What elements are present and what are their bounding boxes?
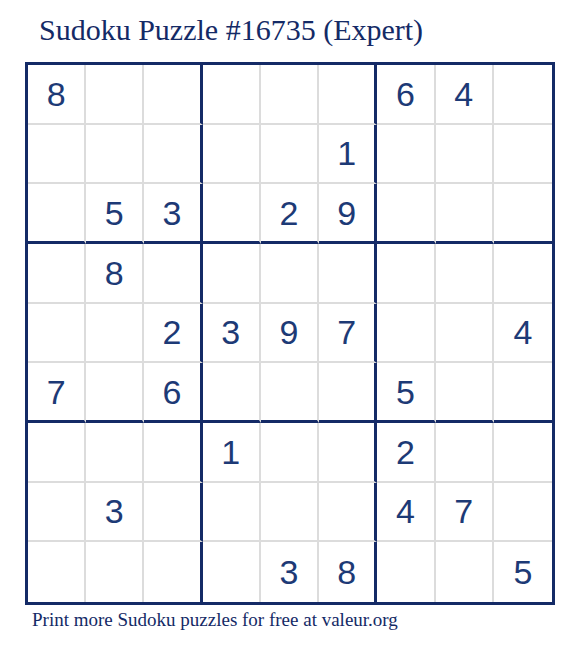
sudoku-cell-r7c3[interactable] [144, 423, 202, 483]
sudoku-cell-r8c7[interactable]: 4 [377, 483, 435, 543]
sudoku-cell-r6c2[interactable] [86, 363, 144, 423]
sudoku-cell-r6c4[interactable] [203, 363, 261, 423]
sudoku-cell-r8c6[interactable] [319, 483, 377, 543]
sudoku-cell-r4c5[interactable] [261, 244, 319, 304]
sudoku-cell-r4c6[interactable] [319, 244, 377, 304]
sudoku-cell-r2c9[interactable] [494, 125, 552, 185]
page-title: Sudoku Puzzle #16735 (Expert) [39, 12, 423, 48]
sudoku-cell-r7c7[interactable]: 2 [377, 423, 435, 483]
sudoku-cell-r2c3[interactable] [144, 125, 202, 185]
sudoku-cell-r9c4[interactable] [203, 542, 261, 602]
sudoku-cell-r2c7[interactable] [377, 125, 435, 185]
sudoku-cell-r7c4[interactable]: 1 [203, 423, 261, 483]
sudoku-cell-r8c4[interactable] [203, 483, 261, 543]
sudoku-cell-r4c8[interactable] [436, 244, 494, 304]
sudoku-cell-r5c5[interactable]: 9 [261, 304, 319, 364]
sudoku-cell-r8c5[interactable] [261, 483, 319, 543]
sudoku-cell-r3c7[interactable] [377, 184, 435, 244]
sudoku-cell-r8c8[interactable]: 7 [436, 483, 494, 543]
sudoku-cell-r1c5[interactable] [261, 65, 319, 125]
sudoku-cell-r1c2[interactable] [86, 65, 144, 125]
sudoku-cell-r8c9[interactable] [494, 483, 552, 543]
sudoku-cell-r5c6[interactable]: 7 [319, 304, 377, 364]
sudoku-cell-r1c4[interactable] [203, 65, 261, 125]
sudoku-cell-r1c3[interactable] [144, 65, 202, 125]
sudoku-cell-r1c8[interactable]: 4 [436, 65, 494, 125]
sudoku-cell-r9c6[interactable]: 8 [319, 542, 377, 602]
sudoku-cell-r5c7[interactable] [377, 304, 435, 364]
sudoku-cell-r8c2[interactable]: 3 [86, 483, 144, 543]
sudoku-cell-r5c3[interactable]: 2 [144, 304, 202, 364]
sudoku-cell-r1c9[interactable] [494, 65, 552, 125]
sudoku-cell-r9c5[interactable]: 3 [261, 542, 319, 602]
sudoku-cell-r7c8[interactable] [436, 423, 494, 483]
sudoku-cell-r7c6[interactable] [319, 423, 377, 483]
sudoku-cell-r3c4[interactable] [203, 184, 261, 244]
footer-text: Print more Sudoku puzzles for free at va… [32, 609, 398, 631]
sudoku-cell-r1c1[interactable]: 8 [28, 65, 86, 125]
sudoku-cell-r9c1[interactable] [28, 542, 86, 602]
sudoku-cell-r4c1[interactable] [28, 244, 86, 304]
sudoku-cell-r2c8[interactable] [436, 125, 494, 185]
sudoku-cell-r5c9[interactable]: 4 [494, 304, 552, 364]
sudoku-cell-r7c5[interactable] [261, 423, 319, 483]
sudoku-cell-r7c1[interactable] [28, 423, 86, 483]
sudoku-cell-r3c5[interactable]: 2 [261, 184, 319, 244]
sudoku-cell-r1c6[interactable] [319, 65, 377, 125]
sudoku-cell-r4c3[interactable] [144, 244, 202, 304]
sudoku-cell-r5c4[interactable]: 3 [203, 304, 261, 364]
sudoku-cell-r2c5[interactable] [261, 125, 319, 185]
sudoku-cell-r6c8[interactable] [436, 363, 494, 423]
sudoku-cell-r9c2[interactable] [86, 542, 144, 602]
sudoku-cell-r3c6[interactable]: 9 [319, 184, 377, 244]
sudoku-cell-r9c7[interactable] [377, 542, 435, 602]
sudoku-board: 8641532982397476512347385 [25, 62, 555, 605]
sudoku-cell-r8c1[interactable] [28, 483, 86, 543]
sudoku-cell-r6c3[interactable]: 6 [144, 363, 202, 423]
sudoku-cell-r9c3[interactable] [144, 542, 202, 602]
sudoku-cell-r3c2[interactable]: 5 [86, 184, 144, 244]
sudoku-cell-r7c2[interactable] [86, 423, 144, 483]
sudoku-cell-r9c9[interactable]: 5 [494, 542, 552, 602]
sudoku-cell-r5c1[interactable] [28, 304, 86, 364]
sudoku-cell-r2c6[interactable]: 1 [319, 125, 377, 185]
sudoku-cell-r3c1[interactable] [28, 184, 86, 244]
sudoku-cell-r4c4[interactable] [203, 244, 261, 304]
sudoku-cell-r5c8[interactable] [436, 304, 494, 364]
sudoku-cell-r9c8[interactable] [436, 542, 494, 602]
sudoku-cell-r3c3[interactable]: 3 [144, 184, 202, 244]
sudoku-cell-r4c7[interactable] [377, 244, 435, 304]
sudoku-cell-r2c4[interactable] [203, 125, 261, 185]
sudoku-cell-r8c3[interactable] [144, 483, 202, 543]
sudoku-cell-r6c9[interactable] [494, 363, 552, 423]
sudoku-cell-r1c7[interactable]: 6 [377, 65, 435, 125]
sudoku-cell-r4c2[interactable]: 8 [86, 244, 144, 304]
sudoku-cell-r3c9[interactable] [494, 184, 552, 244]
sudoku-cell-r7c9[interactable] [494, 423, 552, 483]
sudoku-cell-r3c8[interactable] [436, 184, 494, 244]
sudoku-cell-r6c7[interactable]: 5 [377, 363, 435, 423]
sudoku-cell-r2c2[interactable] [86, 125, 144, 185]
sudoku-cell-r6c5[interactable] [261, 363, 319, 423]
sudoku-cell-r2c1[interactable] [28, 125, 86, 185]
sudoku-cell-r4c9[interactable] [494, 244, 552, 304]
sudoku-cell-r5c2[interactable] [86, 304, 144, 364]
sudoku-cell-r6c1[interactable]: 7 [28, 363, 86, 423]
sudoku-page: Sudoku Puzzle #16735 (Expert) 8641532982… [0, 0, 580, 651]
sudoku-cell-r6c6[interactable] [319, 363, 377, 423]
